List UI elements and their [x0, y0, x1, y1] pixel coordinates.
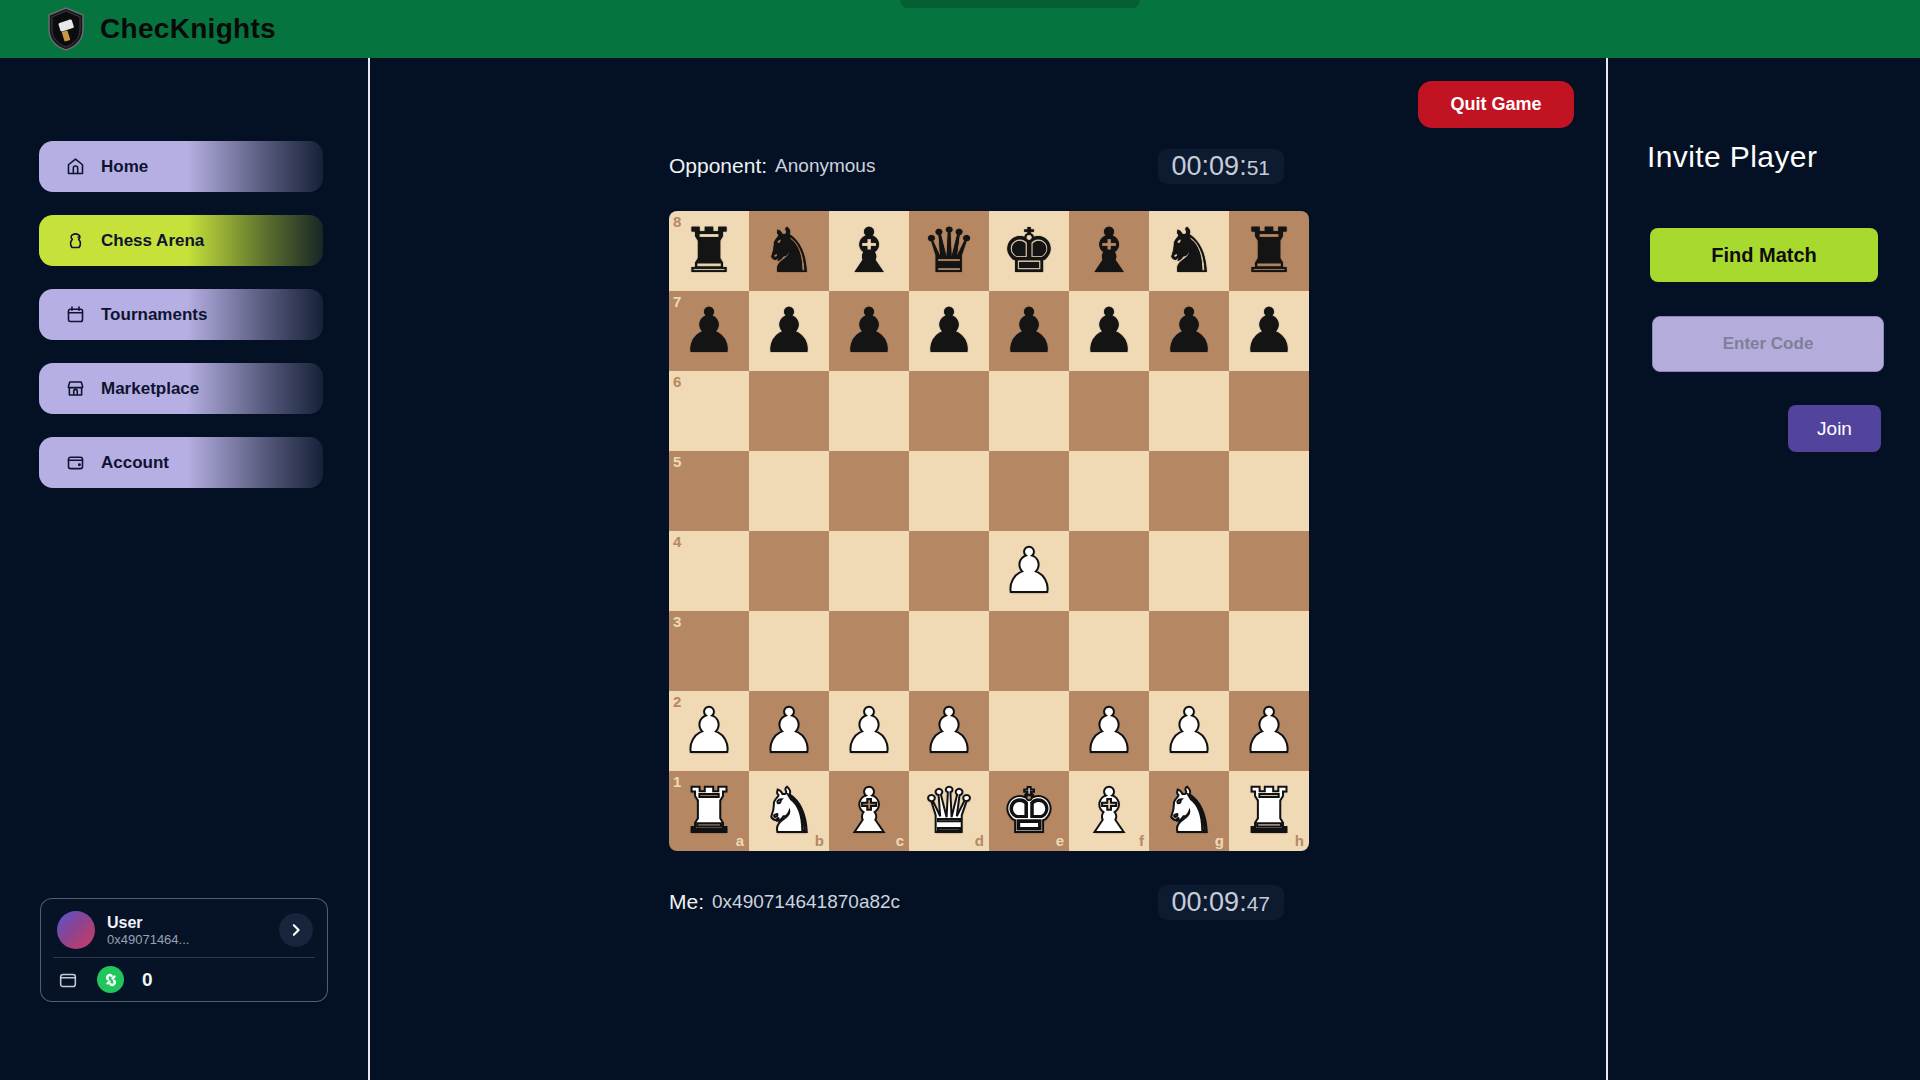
chevron-right-icon	[289, 923, 303, 937]
square-g7[interactable]: ♟	[1149, 291, 1229, 371]
rank-label: 6	[673, 373, 681, 390]
sidebar-item-label: Account	[101, 453, 169, 473]
square-e2[interactable]	[989, 691, 1069, 771]
piece-black-knight[interactable]: ♞	[1161, 211, 1217, 291]
chess-board: 8♜♞♝♛♚♝♞♜7♟♟♟♟♟♟♟♟654♟32♟♟♟♟♟♟♟1a♜b♞c♝d♛…	[669, 211, 1309, 851]
opponent-name: Anonymous	[775, 155, 875, 177]
square-h7[interactable]: ♟	[1229, 291, 1309, 371]
piece-black-pawn[interactable]: ♟	[1241, 291, 1297, 371]
me-row: Me: 0x490714641870a82c 00:09: 47	[669, 884, 1309, 920]
opponent-label: Opponent:	[669, 154, 767, 178]
square-b2[interactable]: ♟	[749, 691, 829, 771]
file-label: g	[1215, 832, 1224, 849]
square-a5[interactable]: 5	[669, 451, 749, 531]
me-clock-main: 00:09:	[1172, 887, 1247, 918]
enter-code-input[interactable]	[1652, 316, 1884, 372]
square-g2[interactable]: ♟	[1149, 691, 1229, 771]
square-h2[interactable]: ♟	[1229, 691, 1309, 771]
square-d5[interactable]	[909, 451, 989, 531]
piece-white-queen[interactable]: ♛	[921, 771, 977, 851]
square-f2[interactable]: ♟	[1069, 691, 1149, 771]
piece-black-bishop[interactable]: ♝	[1081, 211, 1137, 291]
square-d2[interactable]: ♟	[909, 691, 989, 771]
quit-game-button[interactable]: Quit Game	[1418, 81, 1574, 128]
sidebar-nav: Home Chess Arena Tournaments Marketplace…	[39, 141, 323, 511]
square-a7[interactable]: 7♟	[669, 291, 749, 371]
wallet-icon	[57, 969, 79, 991]
square-e3[interactable]	[989, 611, 1069, 691]
square-g1[interactable]: g♞	[1149, 771, 1229, 851]
square-g8[interactable]: ♞	[1149, 211, 1229, 291]
square-g3[interactable]	[1149, 611, 1229, 691]
me-clock-seconds: 47	[1247, 892, 1270, 916]
user-name: User	[107, 914, 189, 932]
sidebar-item-tournaments[interactable]: Tournaments	[39, 289, 323, 340]
square-g5[interactable]	[1149, 451, 1229, 531]
sidebar-item-account[interactable]: Account	[39, 437, 323, 488]
square-e7[interactable]: ♟	[989, 291, 1069, 371]
square-d1[interactable]: d♛	[909, 771, 989, 851]
wallet-icon	[65, 452, 86, 473]
square-a3[interactable]: 3	[669, 611, 749, 691]
calendar-icon	[65, 304, 86, 325]
sidebar-item-label: Marketplace	[101, 379, 199, 399]
expand-user-button[interactable]	[279, 913, 313, 947]
piece-white-knight[interactable]: ♞	[761, 771, 817, 851]
square-f1[interactable]: f♝	[1069, 771, 1149, 851]
square-f4[interactable]	[1069, 531, 1149, 611]
square-h5[interactable]	[1229, 451, 1309, 531]
square-f6[interactable]	[1069, 371, 1149, 451]
square-a1[interactable]: 1a♜	[669, 771, 749, 851]
invite-player-title: Invite Player	[1647, 140, 1817, 174]
file-label: a	[736, 832, 744, 849]
piece-white-pawn[interactable]: ♟	[1161, 691, 1217, 771]
square-d6[interactable]	[909, 371, 989, 451]
piece-white-pawn[interactable]: ♟	[761, 691, 817, 771]
square-h1[interactable]: h♜	[1229, 771, 1309, 851]
square-d3[interactable]	[909, 611, 989, 691]
token-balance: 0	[142, 969, 153, 991]
token-coin-icon	[97, 966, 124, 993]
square-b1[interactable]: b♞	[749, 771, 829, 851]
piece-white-pawn[interactable]: ♟	[681, 691, 737, 771]
piece-white-bishop[interactable]: ♝	[841, 771, 897, 851]
rank-label: 3	[673, 613, 681, 630]
piece-white-rook[interactable]: ♜	[1241, 771, 1297, 851]
square-b3[interactable]	[749, 611, 829, 691]
piece-black-king[interactable]: ♚	[1001, 211, 1057, 291]
join-button[interactable]: Join	[1788, 405, 1881, 452]
avatar	[57, 911, 95, 949]
piece-black-pawn[interactable]: ♟	[841, 291, 897, 371]
opponent-clock: 00:09: 51	[1158, 149, 1284, 184]
square-d7[interactable]: ♟	[909, 291, 989, 371]
piece-black-rook[interactable]: ♜	[681, 211, 737, 291]
square-b6[interactable]	[749, 371, 829, 451]
square-e1[interactable]: e♚	[989, 771, 1069, 851]
square-e8[interactable]: ♚	[989, 211, 1069, 291]
user-address: 0x49071464...	[107, 932, 189, 947]
square-c2[interactable]: ♟	[829, 691, 909, 771]
square-a8[interactable]: 8♜	[669, 211, 749, 291]
piece-white-bishop[interactable]: ♝	[1081, 771, 1137, 851]
app-title: ChecKnights	[100, 13, 276, 45]
rank-label: 4	[673, 533, 681, 550]
sidebar-item-chess-arena[interactable]: Chess Arena	[39, 215, 323, 266]
square-h8[interactable]: ♜	[1229, 211, 1309, 291]
piece-black-knight[interactable]: ♞	[761, 211, 817, 291]
file-label: f	[1139, 832, 1144, 849]
square-h6[interactable]	[1229, 371, 1309, 451]
piece-white-pawn[interactable]: ♟	[1241, 691, 1297, 771]
user-card: User 0x49071464... 0	[40, 898, 328, 1002]
square-f8[interactable]: ♝	[1069, 211, 1149, 291]
square-f5[interactable]	[1069, 451, 1149, 531]
app-header: ChecKnights	[0, 0, 1920, 58]
sidebar-item-label: Home	[101, 157, 148, 177]
piece-white-rook[interactable]: ♜	[681, 771, 737, 851]
opponent-row: Opponent: Anonymous 00:09: 51	[669, 148, 1309, 184]
square-a4[interactable]: 4	[669, 531, 749, 611]
file-label: b	[815, 832, 824, 849]
square-d4[interactable]	[909, 531, 989, 611]
piece-black-pawn[interactable]: ♟	[1161, 291, 1217, 371]
piece-black-pawn[interactable]: ♟	[921, 291, 977, 371]
piece-black-pawn[interactable]: ♟	[1081, 291, 1137, 371]
file-label: e	[1056, 832, 1064, 849]
square-e4[interactable]: ♟	[989, 531, 1069, 611]
square-c5[interactable]	[829, 451, 909, 531]
square-c7[interactable]: ♟	[829, 291, 909, 371]
square-c8[interactable]: ♝	[829, 211, 909, 291]
storefront-icon	[65, 378, 86, 399]
piece-black-queen[interactable]: ♛	[921, 211, 977, 291]
piece-white-pawn[interactable]: ♟	[921, 691, 977, 771]
piece-black-pawn[interactable]: ♟	[1001, 291, 1057, 371]
square-c1[interactable]: c♝	[829, 771, 909, 851]
rank-label: 5	[673, 453, 681, 470]
sidebar-item-marketplace[interactable]: Marketplace	[39, 363, 323, 414]
page: ChecKnights Home Chess Arena Tournaments	[0, 0, 1920, 1080]
piece-black-bishop[interactable]: ♝	[841, 211, 897, 291]
piece-white-pawn[interactable]: ♟	[841, 691, 897, 771]
sidebar-item-home[interactable]: Home	[39, 141, 323, 192]
square-a6[interactable]: 6	[669, 371, 749, 451]
sidebar-item-label: Chess Arena	[101, 231, 204, 251]
square-f7[interactable]: ♟	[1069, 291, 1149, 371]
app-logo-shield-icon	[46, 7, 86, 51]
file-label: c	[896, 832, 904, 849]
file-label: h	[1295, 832, 1304, 849]
sidebar-item-label: Tournaments	[101, 305, 207, 325]
opponent-clock-seconds: 51	[1247, 156, 1270, 180]
home-icon	[65, 156, 86, 177]
square-g4[interactable]	[1149, 531, 1229, 611]
piece-white-king[interactable]: ♚	[1001, 771, 1057, 851]
square-c3[interactable]	[829, 611, 909, 691]
piece-white-pawn[interactable]: ♟	[1081, 691, 1137, 771]
sidebar-divider	[368, 58, 370, 1080]
piece-black-pawn[interactable]: ♟	[761, 291, 817, 371]
rank-label: 7	[673, 293, 681, 310]
square-h4[interactable]	[1229, 531, 1309, 611]
header-notification-ghost	[900, 0, 1140, 8]
square-d8[interactable]: ♛	[909, 211, 989, 291]
chess-piece-icon	[65, 230, 86, 251]
opponent-clock-main: 00:09:	[1172, 151, 1247, 182]
rank-label: 2	[673, 693, 681, 710]
square-c6[interactable]	[829, 371, 909, 451]
file-label: d	[975, 832, 984, 849]
square-h3[interactable]	[1229, 611, 1309, 691]
match-area: Opponent: Anonymous 00:09: 51 8♜♞♝♛♚♝♞♜7…	[669, 148, 1309, 920]
piece-white-knight[interactable]: ♞	[1161, 771, 1217, 851]
square-b4[interactable]	[749, 531, 829, 611]
square-c4[interactable]	[829, 531, 909, 611]
piece-white-pawn[interactable]: ♟	[1001, 531, 1057, 611]
square-e5[interactable]	[989, 451, 1069, 531]
piece-black-rook[interactable]: ♜	[1241, 211, 1297, 291]
rank-label: 8	[673, 213, 681, 230]
me-name: 0x490714641870a82c	[712, 891, 900, 913]
square-b8[interactable]: ♞	[749, 211, 829, 291]
square-g6[interactable]	[1149, 371, 1229, 451]
square-a2[interactable]: 2♟	[669, 691, 749, 771]
square-b5[interactable]	[749, 451, 829, 531]
rank-label: 1	[673, 773, 681, 790]
find-match-button[interactable]: Find Match	[1650, 228, 1878, 282]
me-clock: 00:09: 47	[1158, 885, 1284, 920]
square-e6[interactable]	[989, 371, 1069, 451]
piece-black-pawn[interactable]: ♟	[681, 291, 737, 371]
invite-panel-divider	[1606, 58, 1608, 1080]
square-b7[interactable]: ♟	[749, 291, 829, 371]
me-label: Me:	[669, 890, 704, 914]
square-f3[interactable]	[1069, 611, 1149, 691]
